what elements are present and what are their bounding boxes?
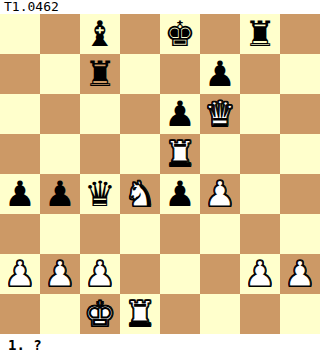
square-a2[interactable]: ♟ bbox=[0, 254, 40, 294]
square-a4[interactable]: ♟ bbox=[0, 174, 40, 214]
square-e8[interactable]: ♚ bbox=[160, 14, 200, 54]
square-f5[interactable] bbox=[200, 134, 240, 174]
square-d4[interactable]: ♞ bbox=[120, 174, 160, 214]
square-d5[interactable] bbox=[120, 134, 160, 174]
square-b3[interactable] bbox=[40, 214, 80, 254]
square-a6[interactable] bbox=[0, 94, 40, 134]
square-h5[interactable] bbox=[280, 134, 320, 174]
piece-white-king: ♚ bbox=[84, 294, 115, 334]
square-f2[interactable] bbox=[200, 254, 240, 294]
square-e7[interactable] bbox=[160, 54, 200, 94]
square-e2[interactable] bbox=[160, 254, 200, 294]
square-b8[interactable] bbox=[40, 14, 80, 54]
piece-white-rook: ♜ bbox=[124, 294, 155, 334]
square-e4[interactable]: ♟ bbox=[160, 174, 200, 214]
square-h8[interactable] bbox=[280, 14, 320, 54]
square-g4[interactable] bbox=[240, 174, 280, 214]
move-prompt: 1. ? bbox=[0, 334, 320, 356]
square-f6[interactable]: ♛ bbox=[200, 94, 240, 134]
square-b1[interactable] bbox=[40, 294, 80, 334]
square-f1[interactable] bbox=[200, 294, 240, 334]
piece-black-pawn: ♟ bbox=[164, 174, 195, 214]
square-f8[interactable] bbox=[200, 14, 240, 54]
square-f3[interactable] bbox=[200, 214, 240, 254]
square-a5[interactable] bbox=[0, 134, 40, 174]
square-d6[interactable] bbox=[120, 94, 160, 134]
square-h4[interactable] bbox=[280, 174, 320, 214]
piece-black-pawn: ♟ bbox=[164, 94, 195, 134]
square-d2[interactable] bbox=[120, 254, 160, 294]
square-e3[interactable] bbox=[160, 214, 200, 254]
piece-white-knight: ♞ bbox=[124, 174, 155, 214]
square-a3[interactable] bbox=[0, 214, 40, 254]
piece-black-pawn: ♟ bbox=[4, 174, 35, 214]
piece-black-queen: ♛ bbox=[84, 174, 115, 214]
piece-white-pawn: ♟ bbox=[204, 174, 235, 214]
piece-black-bishop: ♝ bbox=[84, 14, 115, 54]
square-a7[interactable] bbox=[0, 54, 40, 94]
piece-black-king: ♚ bbox=[164, 14, 195, 54]
piece-white-pawn: ♟ bbox=[84, 254, 115, 294]
square-h3[interactable] bbox=[280, 214, 320, 254]
piece-black-pawn: ♟ bbox=[44, 174, 75, 214]
square-h1[interactable] bbox=[280, 294, 320, 334]
square-a8[interactable] bbox=[0, 14, 40, 54]
square-d1[interactable]: ♜ bbox=[120, 294, 160, 334]
piece-white-pawn: ♟ bbox=[44, 254, 75, 294]
square-c8[interactable]: ♝ bbox=[80, 14, 120, 54]
square-h7[interactable] bbox=[280, 54, 320, 94]
square-c1[interactable]: ♚ bbox=[80, 294, 120, 334]
square-g5[interactable] bbox=[240, 134, 280, 174]
puzzle-id: T1.0462 bbox=[0, 0, 320, 14]
square-a1[interactable] bbox=[0, 294, 40, 334]
square-b6[interactable] bbox=[40, 94, 80, 134]
square-b7[interactable] bbox=[40, 54, 80, 94]
piece-white-pawn: ♟ bbox=[4, 254, 35, 294]
piece-white-pawn: ♟ bbox=[284, 254, 315, 294]
square-c4[interactable]: ♛ bbox=[80, 174, 120, 214]
square-c6[interactable] bbox=[80, 94, 120, 134]
square-b5[interactable] bbox=[40, 134, 80, 174]
square-g2[interactable]: ♟ bbox=[240, 254, 280, 294]
piece-white-rook: ♜ bbox=[164, 134, 195, 174]
square-e5[interactable]: ♜ bbox=[160, 134, 200, 174]
square-g1[interactable] bbox=[240, 294, 280, 334]
piece-black-rook: ♜ bbox=[84, 54, 115, 94]
square-f7[interactable]: ♟ bbox=[200, 54, 240, 94]
square-c5[interactable] bbox=[80, 134, 120, 174]
square-g8[interactable]: ♜ bbox=[240, 14, 280, 54]
square-h2[interactable]: ♟ bbox=[280, 254, 320, 294]
chess-board: ♝♚♜♜♟♟♛♜♟♟♛♞♟♟♟♟♟♟♟♚♜ bbox=[0, 14, 320, 334]
square-g6[interactable] bbox=[240, 94, 280, 134]
piece-black-pawn: ♟ bbox=[204, 54, 235, 94]
square-g7[interactable] bbox=[240, 54, 280, 94]
square-d3[interactable] bbox=[120, 214, 160, 254]
square-b4[interactable]: ♟ bbox=[40, 174, 80, 214]
square-c7[interactable]: ♜ bbox=[80, 54, 120, 94]
square-c2[interactable]: ♟ bbox=[80, 254, 120, 294]
square-c3[interactable] bbox=[80, 214, 120, 254]
square-d8[interactable] bbox=[120, 14, 160, 54]
square-h6[interactable] bbox=[280, 94, 320, 134]
square-e6[interactable]: ♟ bbox=[160, 94, 200, 134]
piece-black-rook: ♜ bbox=[244, 14, 275, 54]
square-b2[interactable]: ♟ bbox=[40, 254, 80, 294]
piece-white-pawn: ♟ bbox=[244, 254, 275, 294]
square-f4[interactable]: ♟ bbox=[200, 174, 240, 214]
piece-white-queen: ♛ bbox=[204, 94, 235, 134]
square-g3[interactable] bbox=[240, 214, 280, 254]
square-d7[interactable] bbox=[120, 54, 160, 94]
square-e1[interactable] bbox=[160, 294, 200, 334]
tactics-trainer-window: T1.0462 ♝♚♜♜♟♟♛♜♟♟♛♞♟♟♟♟♟♟♟♚♜ 1. ? bbox=[0, 0, 320, 356]
